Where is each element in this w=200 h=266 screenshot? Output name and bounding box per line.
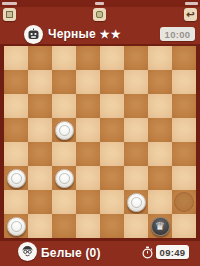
black-player-name: Черные★★ xyxy=(48,27,122,41)
square-c7[interactable] xyxy=(52,70,76,94)
white-player-name: Белые (0) xyxy=(41,246,101,260)
square-d2[interactable] xyxy=(76,190,100,214)
square-h5[interactable] xyxy=(172,118,196,142)
square-d4[interactable] xyxy=(76,142,100,166)
difficulty-stars: ★★ xyxy=(100,28,122,40)
square-f4[interactable] xyxy=(124,142,148,166)
square-a6[interactable] xyxy=(4,94,28,118)
square-a4[interactable] xyxy=(4,142,28,166)
square-e6[interactable] xyxy=(100,94,124,118)
menu-grid-icon xyxy=(6,11,13,18)
square-f7[interactable] xyxy=(124,70,148,94)
square-f1[interactable] xyxy=(124,214,148,238)
square-a7[interactable] xyxy=(4,70,28,94)
white-player-avatar xyxy=(18,242,37,261)
square-c6[interactable] xyxy=(52,94,76,118)
square-f8[interactable] xyxy=(124,46,148,70)
square-h2[interactable] xyxy=(172,190,196,214)
square-e7[interactable] xyxy=(100,70,124,94)
white-man-piece[interactable] xyxy=(127,193,146,212)
carrier-signal-icon xyxy=(2,2,17,5)
square-e4[interactable] xyxy=(100,142,124,166)
square-d5[interactable] xyxy=(76,118,100,142)
black-player-clock: 10:00 xyxy=(160,27,195,41)
white-man-piece[interactable] xyxy=(55,121,74,140)
square-f3[interactable] xyxy=(124,166,148,190)
square-a2[interactable] xyxy=(4,190,28,214)
square-e5[interactable] xyxy=(100,118,124,142)
square-g2[interactable] xyxy=(148,190,172,214)
square-c1[interactable] xyxy=(52,214,76,238)
status-bar xyxy=(0,0,200,7)
center-toolbar-button[interactable] xyxy=(93,8,106,21)
square-g4[interactable] xyxy=(148,142,172,166)
square-b7[interactable] xyxy=(28,70,52,94)
square-d6[interactable] xyxy=(76,94,100,118)
move-hint-circle[interactable] xyxy=(174,192,194,212)
square-h8[interactable] xyxy=(172,46,196,70)
white-man-piece[interactable] xyxy=(7,217,26,236)
square-b8[interactable] xyxy=(28,46,52,70)
battery-icon xyxy=(185,2,198,5)
square-f6[interactable] xyxy=(124,94,148,118)
square-c3[interactable] xyxy=(52,166,76,190)
square-h7[interactable] xyxy=(172,70,196,94)
square-c8[interactable] xyxy=(52,46,76,70)
square-g3[interactable] xyxy=(148,166,172,190)
square-g6[interactable] xyxy=(148,94,172,118)
square-e1[interactable] xyxy=(100,214,124,238)
human-face-icon xyxy=(21,245,34,258)
square-e8[interactable] xyxy=(100,46,124,70)
square-g7[interactable] xyxy=(148,70,172,94)
undo-arrow-icon: ↩ xyxy=(186,10,194,20)
status-time-icon xyxy=(95,2,104,5)
undo-button[interactable]: ↩ xyxy=(184,8,197,21)
square-b4[interactable] xyxy=(28,142,52,166)
white-man-piece[interactable] xyxy=(7,169,26,188)
square-f5[interactable] xyxy=(124,118,148,142)
black-king-piece[interactable]: ♛ xyxy=(151,217,170,236)
white-player-clock: 09:49 xyxy=(156,245,189,259)
square-d3[interactable] xyxy=(76,166,100,190)
square-a3[interactable] xyxy=(4,166,28,190)
square-d8[interactable] xyxy=(76,46,100,70)
square-h4[interactable] xyxy=(172,142,196,166)
checkers-app: ↩ Черные★★ 10:00 ♛ Белые (0) 09 xyxy=(0,0,200,266)
square-f2[interactable] xyxy=(124,190,148,214)
board-grid: ♛ xyxy=(4,46,196,238)
square-c4[interactable] xyxy=(52,142,76,166)
square-a5[interactable] xyxy=(4,118,28,142)
square-g5[interactable] xyxy=(148,118,172,142)
square-a8[interactable] xyxy=(4,46,28,70)
stopwatch-icon xyxy=(142,246,153,259)
square-d1[interactable] xyxy=(76,214,100,238)
square-h3[interactable] xyxy=(172,166,196,190)
square-g1[interactable]: ♛ xyxy=(148,214,172,238)
white-man-piece[interactable] xyxy=(55,169,74,188)
square-e2[interactable] xyxy=(100,190,124,214)
square-b6[interactable] xyxy=(28,94,52,118)
square-b3[interactable] xyxy=(28,166,52,190)
square-h6[interactable] xyxy=(172,94,196,118)
menu-button[interactable] xyxy=(3,8,16,21)
square-b1[interactable] xyxy=(28,214,52,238)
square-e3[interactable] xyxy=(100,166,124,190)
square-b2[interactable] xyxy=(28,190,52,214)
square-c2[interactable] xyxy=(52,190,76,214)
robot-icon xyxy=(27,28,40,41)
square-d7[interactable] xyxy=(76,70,100,94)
square-g8[interactable] xyxy=(148,46,172,70)
black-player-name-text: Черные xyxy=(48,27,96,41)
square-a1[interactable] xyxy=(4,214,28,238)
black-player-avatar xyxy=(24,25,43,44)
center-toolbar-icon xyxy=(96,11,103,18)
square-h1[interactable] xyxy=(172,214,196,238)
square-b5[interactable] xyxy=(28,118,52,142)
board-frame: ♛ xyxy=(0,44,200,241)
square-c5[interactable] xyxy=(52,118,76,142)
